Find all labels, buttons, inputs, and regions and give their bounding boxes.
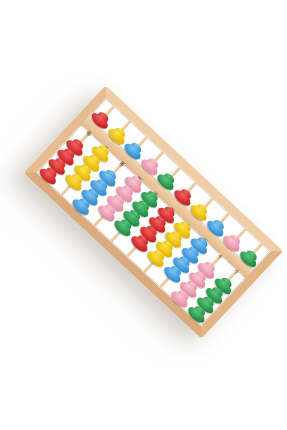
product-photo-scene: 十亿亿千万百万十万万千百十个 bbox=[0, 0, 287, 430]
abacus-board: 十亿亿千万百万十万万千百十个 bbox=[24, 85, 284, 338]
